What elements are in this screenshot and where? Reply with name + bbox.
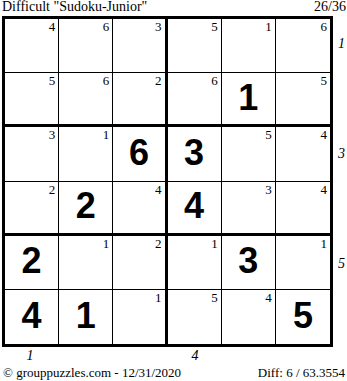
- pencil-mark: 6: [103, 73, 110, 88]
- row-label-1: 1: [338, 36, 345, 52]
- cell-value: 1: [76, 298, 96, 336]
- cell-r6c3[interactable]: 1: [113, 290, 167, 344]
- pencil-mark: 2: [155, 73, 162, 88]
- cell-r4c3[interactable]: 4: [113, 182, 167, 236]
- pencil-mark: 1: [321, 236, 328, 251]
- col-label-1: 1: [27, 348, 34, 364]
- pencil-mark: 3: [155, 19, 162, 34]
- pencil-mark: 1: [103, 127, 110, 142]
- pencil-mark: 4: [321, 127, 328, 142]
- pencil-mark: 6: [321, 19, 328, 34]
- cell-r4c6[interactable]: 4: [276, 182, 330, 236]
- row-label-3: 3: [338, 146, 345, 162]
- cell-r3c2[interactable]: 1: [59, 127, 113, 181]
- cell-r6c4[interactable]: 5: [168, 290, 222, 344]
- pencil-mark: 2: [155, 236, 162, 251]
- cell-r2c1[interactable]: 5: [5, 73, 59, 127]
- cell-r3c5[interactable]: 5: [222, 127, 276, 181]
- cell-r2c5[interactable]: 1: [222, 73, 276, 127]
- pencil-mark: 3: [49, 127, 56, 142]
- cell-r6c1[interactable]: 4: [5, 290, 59, 344]
- cell-r5c3[interactable]: 2: [113, 236, 167, 290]
- puzzle-counter: 26/36: [314, 0, 346, 15]
- cell-value: 6: [129, 135, 149, 173]
- cell-r4c2[interactable]: 2: [59, 182, 113, 236]
- col-label-4: 4: [192, 348, 199, 364]
- cell-r1c1[interactable]: 4: [5, 19, 59, 73]
- cell-value: 4: [22, 298, 42, 336]
- difficulty-text: Diff: 6 / 63.3554: [258, 365, 345, 381]
- pencil-mark: 1: [103, 236, 110, 251]
- cell-r4c5[interactable]: 3: [222, 182, 276, 236]
- cell-value: 2: [76, 188, 96, 226]
- cell-r6c5[interactable]: 4: [222, 290, 276, 344]
- cell-r5c4[interactable]: 1: [168, 236, 222, 290]
- pencil-mark: 1: [155, 290, 162, 305]
- cell-value: 3: [238, 243, 258, 281]
- pencil-mark: 4: [265, 290, 272, 305]
- cell-value: 2: [22, 243, 42, 281]
- cell-r1c3[interactable]: 3: [113, 19, 167, 73]
- pencil-mark: 5: [211, 19, 218, 34]
- pencil-mark: 5: [321, 73, 328, 88]
- page-title: Difficult "Sudoku-Junior": [2, 0, 147, 15]
- cell-r6c6[interactable]: 5: [276, 290, 330, 344]
- pencil-mark: 6: [103, 19, 110, 34]
- pencil-mark: 5: [49, 73, 56, 88]
- cell-value: 3: [184, 135, 204, 173]
- pencil-mark: 4: [155, 182, 162, 197]
- pencil-mark: 5: [265, 127, 272, 142]
- pencil-mark: 6: [211, 73, 218, 88]
- copyright-text: © grouppuzzles.com - 12/31/2020: [3, 365, 181, 381]
- cell-value: 4: [184, 188, 204, 226]
- cell-r4c1[interactable]: 2: [5, 182, 59, 236]
- cell-r1c4[interactable]: 5: [168, 19, 222, 73]
- pencil-mark: 2: [49, 182, 56, 197]
- cell-r5c2[interactable]: 1: [59, 236, 113, 290]
- puzzle-page: Difficult "Sudoku-Junior" 26/36 46351656…: [0, 0, 347, 381]
- cell-r3c1[interactable]: 3: [5, 127, 59, 181]
- cell-r5c6[interactable]: 1: [276, 236, 330, 290]
- row-label-5: 5: [338, 256, 345, 272]
- cell-r1c2[interactable]: 6: [59, 19, 113, 73]
- cell-value: 5: [293, 298, 313, 336]
- pencil-mark: 4: [49, 19, 56, 34]
- cell-r2c4[interactable]: 6: [168, 73, 222, 127]
- cell-r4c4[interactable]: 4: [168, 182, 222, 236]
- cell-value: 1: [238, 80, 258, 118]
- cell-r1c5[interactable]: 1: [222, 19, 276, 73]
- cell-r1c6[interactable]: 6: [276, 19, 330, 73]
- cell-r5c5[interactable]: 3: [222, 236, 276, 290]
- cell-r3c3[interactable]: 6: [113, 127, 167, 181]
- cell-r2c3[interactable]: 2: [113, 73, 167, 127]
- cell-r2c2[interactable]: 6: [59, 73, 113, 127]
- sudoku-board: 463516562615316354224434212131411545: [2, 16, 333, 347]
- pencil-mark: 5: [211, 290, 218, 305]
- pencil-mark: 3: [265, 182, 272, 197]
- cell-r3c4[interactable]: 3: [168, 127, 222, 181]
- pencil-mark: 1: [265, 19, 272, 34]
- cell-r5c1[interactable]: 2: [5, 236, 59, 290]
- cell-r6c2[interactable]: 1: [59, 290, 113, 344]
- pencil-mark: 4: [321, 182, 328, 197]
- cell-r3c6[interactable]: 4: [276, 127, 330, 181]
- pencil-mark: 1: [211, 236, 218, 251]
- cell-r2c6[interactable]: 5: [276, 73, 330, 127]
